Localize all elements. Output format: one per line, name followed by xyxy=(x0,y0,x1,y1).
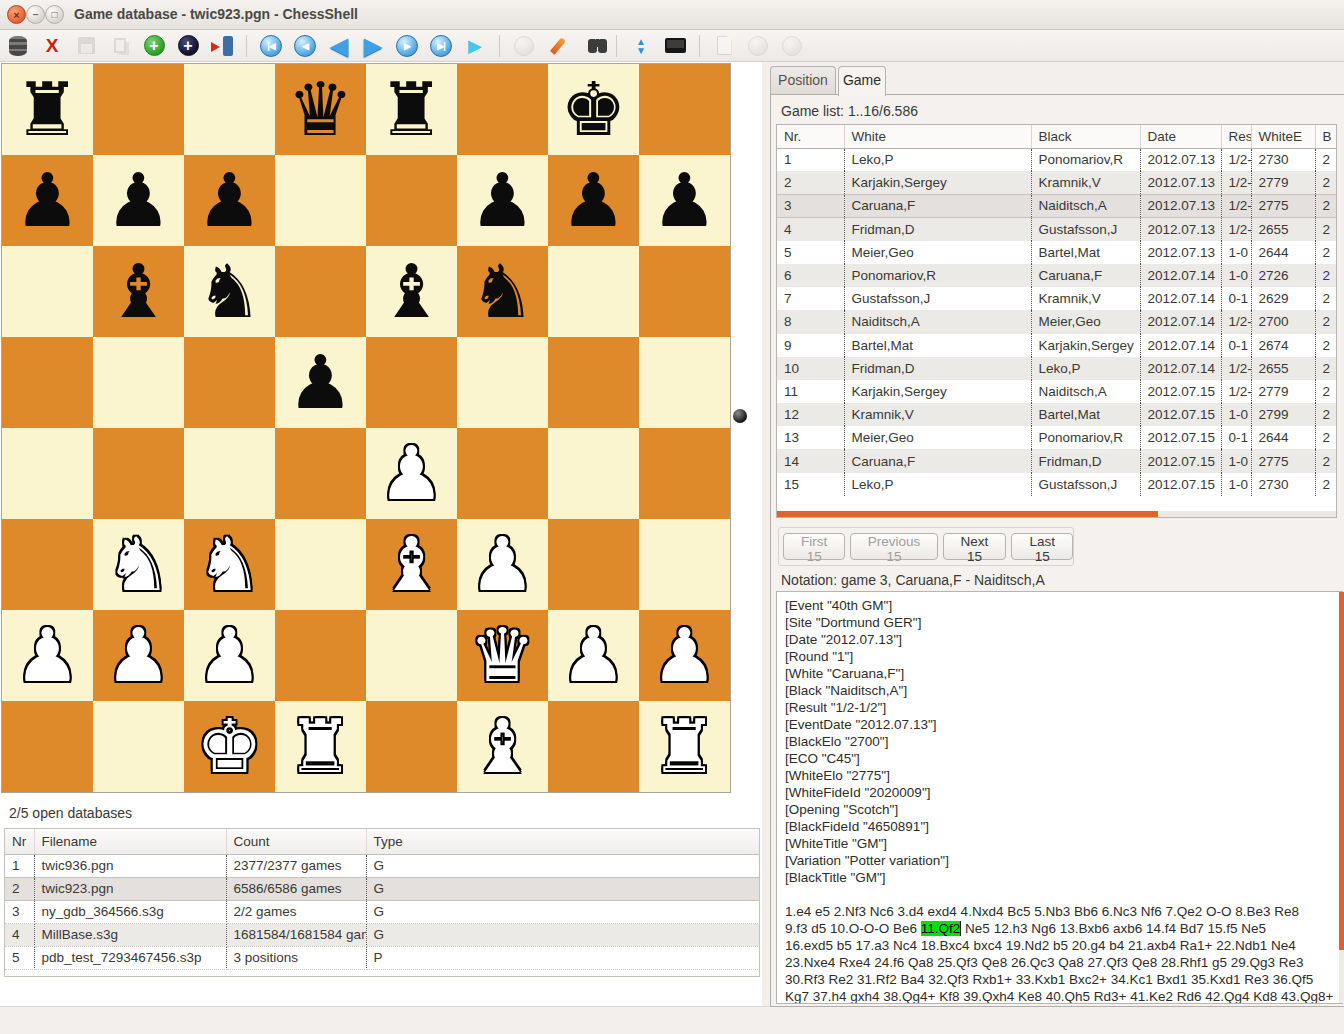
database-row-4[interactable]: 4MillBase.s3g1681584/1681584 gamesG xyxy=(5,923,760,946)
open-databases-summary: 2/5 open databases xyxy=(9,805,132,821)
square-g7[interactable]: ♟ xyxy=(548,155,639,246)
chess-board[interactable]: ♜♛♜♚♟♟♟♟♟♟♝♞♝♞♟♟♞♞♝♟♟♟♟♛♟♟♚♜♝♜ xyxy=(1,63,731,793)
square-c3[interactable]: ♞ xyxy=(184,519,275,610)
moves-line: 30.Rf3 Re2 31.Rf2 Ba4 32.Qf3 Rxb1+ 33.Kx… xyxy=(785,971,1334,988)
close-button[interactable]: × xyxy=(7,5,26,24)
last-move-icon[interactable]: ▶| xyxy=(429,34,453,58)
pgn-tag: [ECO "C45"] xyxy=(785,750,1334,767)
game-row-15[interactable]: 15Leko,PGustafsson,J2012.07.151-027302 xyxy=(777,473,1337,496)
white-rook: ♜ xyxy=(639,701,730,791)
notation-vertical-scrollbar[interactable] xyxy=(1339,592,1344,1003)
square-a8[interactable]: ♜ xyxy=(2,64,93,155)
black-pawn: ♟ xyxy=(639,155,730,245)
square-e1[interactable] xyxy=(366,701,457,792)
database-row-3[interactable]: 3ny_gdb_364566.s3g2/2 gamesG xyxy=(5,900,760,923)
square-d5[interactable]: ♟ xyxy=(275,337,366,428)
square-b6[interactable]: ♝ xyxy=(93,246,184,337)
square-a4[interactable] xyxy=(2,428,93,519)
square-b3[interactable]: ♞ xyxy=(93,519,184,610)
square-b1[interactable] xyxy=(93,701,184,792)
square-f8[interactable] xyxy=(457,64,548,155)
game-row-4[interactable]: 4Fridman,DGustafsson,J2012.07.131/2-1/22… xyxy=(777,218,1337,241)
black-knight: ♞ xyxy=(457,246,548,336)
game-row-6[interactable]: 6Ponomariov,RCaruana,F2012.07.141-027262 xyxy=(777,264,1337,287)
black-bishop: ♝ xyxy=(93,246,184,336)
pgn-tag: [Round "1"] xyxy=(785,648,1334,665)
square-e5[interactable] xyxy=(366,337,457,428)
game-row-7[interactable]: 7Gustafsson,JKramnik,V2012.07.140-126292 xyxy=(777,287,1337,310)
pgn-tag: [White "Caruana,F"] xyxy=(785,665,1334,682)
square-g5[interactable] xyxy=(548,337,639,428)
black-bishop: ♝ xyxy=(366,246,457,336)
toolbar: X++|◀◀◀▶▶▶|▶▲▼ xyxy=(0,30,1344,62)
black-pawn: ♟ xyxy=(548,155,639,245)
white-pawn: ♟ xyxy=(639,610,730,700)
black-pawn: ♟ xyxy=(93,155,184,245)
square-b7[interactable]: ♟ xyxy=(93,155,184,246)
white-pawn: ♟ xyxy=(457,519,548,609)
game-row-9[interactable]: 9Bartel,MatKarjakin,Sergey2012.07.140-12… xyxy=(777,334,1337,357)
square-f5[interactable] xyxy=(457,337,548,428)
square-a6[interactable] xyxy=(2,246,93,337)
square-c6[interactable]: ♞ xyxy=(184,246,275,337)
square-a7[interactable]: ♟ xyxy=(2,155,93,246)
square-a5[interactable] xyxy=(2,337,93,428)
moves-line: 16.exd5 b5 17.a3 Nc4 18.Bxc4 bxc4 19.Nd2… xyxy=(785,937,1334,954)
game-row-5[interactable]: 5Meier,GeoBartel,Mat2012.07.131-026442 xyxy=(777,241,1337,264)
game-row-2[interactable]: 2Karjakin,SergeyKramnik,V2012.07.131/2-1… xyxy=(777,171,1337,194)
black-pawn: ♟ xyxy=(275,337,366,427)
board-panel: ♜♛♜♚♟♟♟♟♟♟♝♞♝♞♟♟♞♞♝♟♟♟♟♛♟♟♚♜♝♜ 2/5 open … xyxy=(0,62,762,1006)
white-pawn: ♟ xyxy=(2,610,93,700)
pgn-tag: [Event "40th GM"] xyxy=(785,597,1334,614)
game-list-column-header[interactable]: White xyxy=(844,125,1031,148)
square-e4[interactable]: ♟ xyxy=(366,428,457,519)
square-c2[interactable]: ♟ xyxy=(184,610,275,701)
game-row-1[interactable]: 1Leko,PPonomariov,R2012.07.131/2-1/22730… xyxy=(777,148,1337,171)
pgn-tag: [Date "2012.07.13"] xyxy=(785,631,1334,648)
square-g4[interactable] xyxy=(548,428,639,519)
square-h7[interactable]: ♟ xyxy=(639,155,730,246)
window-title: Game database - twic923.pgn - ChessShell xyxy=(74,6,358,22)
notation-title: Notation: game 3, Caruana,F - Naiditsch,… xyxy=(781,572,1045,588)
square-c8[interactable] xyxy=(184,64,275,155)
square-f2[interactable]: ♛ xyxy=(457,610,548,701)
marker-pen-icon[interactable] xyxy=(546,34,570,58)
white-queen: ♛ xyxy=(457,610,548,700)
game-row-13[interactable]: 13Meier,GeoPonomariov,R2012.07.150-12644… xyxy=(777,426,1337,449)
pgn-tag: [BlackFideId "4650891"] xyxy=(785,818,1334,835)
square-d8[interactable]: ♛ xyxy=(275,64,366,155)
square-f6[interactable]: ♞ xyxy=(457,246,548,337)
square-g2[interactable]: ♟ xyxy=(548,610,639,701)
square-e3[interactable]: ♝ xyxy=(366,519,457,610)
pgn-tag: [BlackElo "2700"] xyxy=(785,733,1334,750)
moves-line: 9.f3 d5 10.O-O-O Be6 11.Qf2 Ne5 12.h3 Ng… xyxy=(785,920,1334,937)
white-pawn: ♟ xyxy=(184,610,275,700)
next-15-button[interactable]: Next 15 xyxy=(943,533,1007,560)
white-pawn: ♟ xyxy=(93,610,184,700)
square-d1[interactable]: ♜ xyxy=(275,701,366,792)
clock-icon xyxy=(512,34,536,58)
square-g1[interactable] xyxy=(548,701,639,792)
back-arrow-icon[interactable]: ◀ xyxy=(327,34,351,58)
last-15-button[interactable]: Last 15 xyxy=(1011,533,1073,560)
database-column-header[interactable]: Nr xyxy=(5,829,34,854)
square-g3[interactable] xyxy=(548,519,639,610)
black-pawn: ♟ xyxy=(2,155,93,245)
square-h8[interactable] xyxy=(639,64,730,155)
first-15-button: First 15 xyxy=(783,533,845,560)
black-king: ♚ xyxy=(548,64,639,154)
pgn-tag: [Black "Naiditsch,A"] xyxy=(785,682,1334,699)
toolbar-separator xyxy=(616,35,617,57)
square-f3[interactable]: ♟ xyxy=(457,519,548,610)
square-d6[interactable] xyxy=(275,246,366,337)
square-h1[interactable]: ♜ xyxy=(639,701,730,792)
database-column-header[interactable]: Filename xyxy=(34,829,226,854)
square-a1[interactable] xyxy=(2,701,93,792)
pgn-tag: [Opening "Scotch"] xyxy=(785,801,1334,818)
maximize-button[interactable]: □ xyxy=(45,5,64,24)
game-row-10[interactable]: 10Fridman,DLeko,P2012.07.141/2-1/226552 xyxy=(777,357,1337,380)
pgn-tag: [Site "Dortmund GER"] xyxy=(785,614,1334,631)
database-row-1[interactable]: 1twic936.pgn2377/2377 gamesG xyxy=(5,854,760,877)
toolbar-separator xyxy=(699,35,700,57)
black-knight: ♞ xyxy=(184,246,275,336)
pagination-box: First 15Previous 15Next 15Last 15 xyxy=(778,527,1074,566)
database-row-5[interactable]: 5pdb_test_7293467456.s3p3 positionsP xyxy=(5,946,760,969)
forward-arrow-icon[interactable]: ▶ xyxy=(361,34,385,58)
white-knight: ♞ xyxy=(184,519,275,609)
tab-position[interactable]: Position xyxy=(770,66,836,95)
black-rook: ♜ xyxy=(366,64,457,154)
square-f4[interactable] xyxy=(457,428,548,519)
sort-updown-icon[interactable]: ▲▼ xyxy=(629,34,653,58)
tab-game[interactable]: Game xyxy=(838,66,886,96)
white-pawn: ♟ xyxy=(366,428,457,518)
square-c7[interactable]: ♟ xyxy=(184,155,275,246)
save-icon xyxy=(74,34,98,58)
black-pawn: ♟ xyxy=(457,155,548,245)
delete-icon[interactable]: X xyxy=(40,34,64,58)
game-row-8[interactable]: 8Naiditsch,AMeier,Geo2012.07.141/2-1/227… xyxy=(777,310,1337,333)
right-panel: Position Game Game list: 1..16/6.586 Nr.… xyxy=(768,62,1344,1006)
side-to-move-indicator xyxy=(733,409,747,423)
moves-line: 23.Nxe4 Rxe4 24.f6 Qa8 25.Qf3 Qe8 26.Qc3… xyxy=(785,954,1334,971)
status-bar xyxy=(0,1006,1344,1034)
white-rook: ♜ xyxy=(275,701,366,791)
square-d7[interactable] xyxy=(275,155,366,246)
square-h6[interactable] xyxy=(639,246,730,337)
game-list-column-header[interactable]: Black xyxy=(1031,125,1140,148)
add-database-icon[interactable]: + xyxy=(176,34,200,58)
game-row-11[interactable]: 11Karjakin,SergeyNaiditsch,A2012.07.151/… xyxy=(777,380,1337,403)
white-bishop: ♝ xyxy=(457,701,548,791)
previous-15-button: Previous 15 xyxy=(850,533,937,560)
database-table: NrFilenameCountType 1twic936.pgn2377/237… xyxy=(4,828,760,977)
pgn-tag: [EventDate "2012.07.13"] xyxy=(785,716,1334,733)
exit-icon[interactable] xyxy=(210,34,234,58)
square-e2[interactable] xyxy=(366,610,457,701)
pgn-tag: [WhiteFideId "2020009"] xyxy=(785,784,1334,801)
game-row-3[interactable]: 3Caruana,FNaiditsch,A2012.07.131/2-1/227… xyxy=(777,194,1337,217)
toolbar-separator xyxy=(499,35,500,57)
square-e7[interactable] xyxy=(366,155,457,246)
black-rook: ♜ xyxy=(2,64,93,154)
game-row-14[interactable]: 14Caruana,FFridman,D2012.07.151-027752 xyxy=(777,449,1337,472)
pgn-tag: [BlackTitle "GM"] xyxy=(785,869,1334,886)
square-b2[interactable]: ♟ xyxy=(93,610,184,701)
square-c5[interactable] xyxy=(184,337,275,428)
moves-line: Kg7 37.h4 gxh4 38.Qg4+ Kf8 39.Qxh4 Ke8 4… xyxy=(785,988,1334,1004)
screen-icon[interactable] xyxy=(663,34,687,58)
import-icon xyxy=(746,34,770,58)
game-list-title: Game list: 1..16/6.586 xyxy=(781,103,918,119)
square-g6[interactable] xyxy=(548,246,639,337)
white-knight: ♞ xyxy=(93,519,184,609)
minimize-button[interactable]: – xyxy=(26,5,45,24)
chessshell-window: ×–□ Game database - twic923.pgn - ChessS… xyxy=(0,0,1344,1034)
square-c1[interactable]: ♚ xyxy=(184,701,275,792)
square-d4[interactable] xyxy=(275,428,366,519)
database-icon[interactable] xyxy=(6,34,30,58)
game-tab-pane: Game list: 1..16/6.586 Nr.WhiteBlackDate… xyxy=(770,94,1344,1007)
square-a2[interactable]: ♟ xyxy=(2,610,93,701)
square-g8[interactable]: ♚ xyxy=(548,64,639,155)
game-list-column-header[interactable]: Date xyxy=(1140,125,1221,148)
new-document-icon xyxy=(712,34,736,58)
square-h5[interactable] xyxy=(639,337,730,428)
square-e8[interactable]: ♜ xyxy=(366,64,457,155)
first-move-icon[interactable]: |◀ xyxy=(259,34,283,58)
add-game-icon[interactable]: + xyxy=(142,34,166,58)
next-move-icon[interactable]: ▶ xyxy=(395,34,419,58)
database-column-header[interactable]: Type xyxy=(366,829,760,854)
notation-panel[interactable]: [Event "40th GM"][Site "Dortmund GER"][D… xyxy=(776,591,1343,1004)
white-bishop: ♝ xyxy=(366,519,457,609)
square-f1[interactable]: ♝ xyxy=(457,701,548,792)
title-bar: ×–□ Game database - twic923.pgn - ChessS… xyxy=(0,0,1344,30)
current-move-highlight[interactable]: 11.Qf2 xyxy=(921,921,962,936)
pgn-tag: [WhiteTitle "GM"] xyxy=(785,835,1334,852)
square-h4[interactable] xyxy=(639,428,730,519)
white-pawn: ♟ xyxy=(548,610,639,700)
pgn-tag: [WhiteElo "2775"] xyxy=(785,767,1334,784)
database-column-header[interactable]: Count xyxy=(226,829,366,854)
database-row-2[interactable]: 2twic923.pgn6586/6586 gamesG xyxy=(5,877,760,900)
game-list-column-header[interactable]: Resul xyxy=(1221,125,1251,148)
square-d2[interactable] xyxy=(275,610,366,701)
black-pawn: ♟ xyxy=(184,155,275,245)
square-b8[interactable] xyxy=(93,64,184,155)
play-icon[interactable]: ▶ xyxy=(463,34,487,58)
game-list-column-header[interactable]: B xyxy=(1315,125,1337,148)
square-e6[interactable]: ♝ xyxy=(366,246,457,337)
game-row-12[interactable]: 12Kramnik,VBartel,Mat2012.07.151-027992 xyxy=(777,403,1337,426)
white-king: ♚ xyxy=(184,701,275,791)
square-d3[interactable] xyxy=(275,519,366,610)
game-list-horizontal-scrollbar[interactable] xyxy=(777,511,1336,517)
black-queen: ♛ xyxy=(275,64,366,154)
copy-icon xyxy=(108,34,132,58)
search-binoculars-icon[interactable] xyxy=(580,34,604,58)
game-list-column-header[interactable]: WhiteE xyxy=(1251,125,1315,148)
pgn-tag: [Variation "Potter variation"] xyxy=(785,852,1334,869)
moves-line: 1.e4 e5 2.Nf3 Nc6 3.d4 exd4 4.Nxd4 Bc5 5… xyxy=(785,903,1334,920)
prev-move-icon[interactable]: ◀ xyxy=(293,34,317,58)
web-icon xyxy=(780,34,804,58)
square-a3[interactable] xyxy=(2,519,93,610)
toolbar-separator xyxy=(246,35,247,57)
game-list-table: Nr.WhiteBlackDateResulWhiteEB 1Leko,PPon… xyxy=(776,124,1337,518)
square-b4[interactable] xyxy=(93,428,184,519)
square-c4[interactable] xyxy=(184,428,275,519)
game-list-column-header[interactable]: Nr. xyxy=(777,125,844,148)
square-h2[interactable]: ♟ xyxy=(639,610,730,701)
square-b5[interactable] xyxy=(93,337,184,428)
pgn-tag: [Result "1/2-1/2"] xyxy=(785,699,1334,716)
square-h3[interactable] xyxy=(639,519,730,610)
square-f7[interactable]: ♟ xyxy=(457,155,548,246)
